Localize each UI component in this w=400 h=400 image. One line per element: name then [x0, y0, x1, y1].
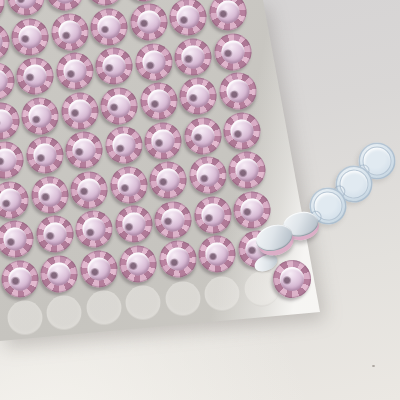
loose-piece-layer — [0, 0, 400, 400]
product-photo-scene — [0, 0, 400, 400]
dust-speck — [372, 365, 375, 367]
flipped-rhinestone-mirror-back-tilted — [255, 224, 297, 259]
